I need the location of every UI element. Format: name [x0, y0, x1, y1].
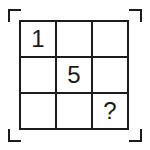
crop-mark-bottom-right-icon [129, 129, 142, 142]
crop-mark-top-right-icon [129, 9, 142, 22]
puzzle-grid: 1 5 ? [19, 20, 129, 130]
puzzle-canvas: 1 5 ? [0, 0, 150, 150]
grid-cell-r1c2[interactable] [93, 58, 127, 92]
grid-cell-r0c0[interactable]: 1 [21, 22, 55, 56]
grid-cell-r0c2[interactable] [93, 22, 127, 56]
crop-mark-bottom-left-icon [8, 129, 21, 142]
grid-cell-r2c2[interactable]: ? [93, 94, 127, 128]
grid-cell-r1c1[interactable]: 5 [57, 58, 91, 92]
grid-cell-r2c1[interactable] [57, 94, 91, 128]
grid-cell-r2c0[interactable] [21, 94, 55, 128]
grid-cell-r1c0[interactable] [21, 58, 55, 92]
grid-cell-r0c1[interactable] [57, 22, 91, 56]
